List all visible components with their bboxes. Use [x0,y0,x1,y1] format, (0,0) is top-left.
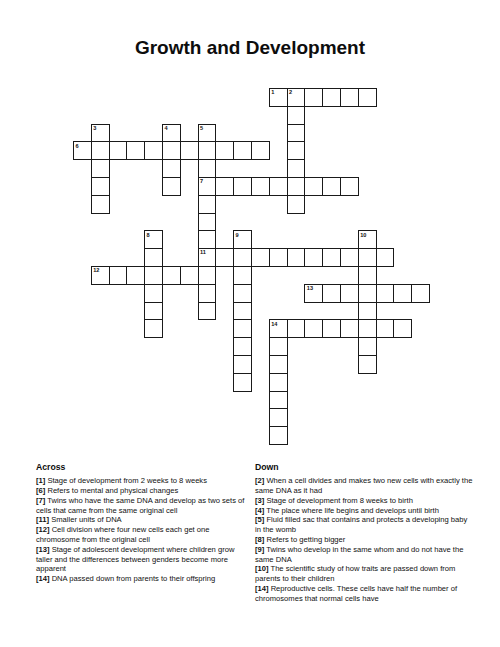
grid-cell[interactable] [233,319,252,338]
grid-cell[interactable] [393,284,412,303]
grid-cell[interactable] [322,248,341,267]
grid-cell[interactable] [198,266,217,285]
clue-item: [14] DNA passed down from parents to the… [36,574,245,584]
grid-cell[interactable]: 11 [198,248,217,267]
grid-cell[interactable]: 7 [198,177,217,196]
grid-cell[interactable] [340,177,359,196]
grid-cell[interactable]: 13 [304,284,323,303]
grid-cell[interactable] [215,248,234,267]
grid-cell[interactable] [287,177,306,196]
grid-cell[interactable] [287,248,306,267]
grid-cell[interactable] [304,177,323,196]
grid-cell[interactable] [233,355,252,374]
grid-cell[interactable] [269,355,288,374]
down-header: Down [255,463,475,473]
grid-cell[interactable] [198,284,217,303]
grid-cell[interactable] [358,284,377,303]
grid-cell[interactable] [233,248,252,267]
grid-cell[interactable] [180,141,199,160]
grid-cell[interactable] [198,195,217,214]
clue-number: 11 [200,249,206,255]
grid-cell[interactable] [144,248,163,267]
grid-cell[interactable] [251,177,270,196]
clue-number: 5 [200,125,203,131]
grid-cell[interactable] [144,266,163,285]
grid-cell[interactable]: 5 [198,124,217,143]
grid-cell[interactable] [126,141,145,160]
grid-cell[interactable] [340,284,359,303]
grid-cell[interactable]: 2 [287,88,306,107]
grid-cell[interactable] [269,426,288,445]
grid-cell[interactable] [304,319,323,338]
grid-cell[interactable] [358,266,377,285]
grid-cell[interactable] [269,373,288,392]
clue-item: [13] Stage of adolescent development whe… [36,545,245,574]
grid-cell[interactable] [376,319,395,338]
clue-item: [10] The scientific study of how traits … [255,564,475,584]
grid-cell[interactable]: 6 [73,141,92,160]
grid-cell[interactable] [322,284,341,303]
grid-cell[interactable] [144,319,163,338]
grid-cell[interactable] [304,88,323,107]
clue-item: [2] When a cell divides and makes two ne… [255,476,475,496]
grid-cell[interactable] [233,284,252,303]
grid-cell[interactable] [233,373,252,392]
clue-item: [7] Twins who have the same DNA and deve… [36,496,245,516]
grid-cell[interactable] [269,248,288,267]
crossword-board: 1234567891011121314 [73,88,430,445]
grid-cell[interactable] [376,284,395,303]
grid-cell[interactable] [144,141,163,160]
grid-cell[interactable] [109,266,128,285]
clue-number: 3 [93,125,96,131]
grid-cell[interactable] [269,337,288,356]
puzzle-title: Growth and Development [0,37,500,59]
grid-cell[interactable] [358,248,377,267]
clue-item: [9] Twins who develop in the same whom a… [255,545,475,565]
grid-cell[interactable] [287,124,306,143]
grid-cell[interactable] [198,213,217,232]
clue-number: 12 [93,267,99,273]
grid-cell[interactable]: 9 [233,230,252,249]
clue-number: 13 [307,285,313,291]
grid-cell[interactable] [91,195,110,214]
grid-cell[interactable] [358,319,377,338]
grid-cell[interactable] [251,141,270,160]
grid-cell[interactable]: 12 [91,266,110,285]
grid-cell[interactable] [109,141,128,160]
clue-number: 1 [271,89,274,95]
grid-cell[interactable] [144,284,163,303]
grid-cell[interactable] [144,302,163,321]
clue-item: [8] Refers to getting bigger [255,535,475,545]
grid-cell[interactable] [233,141,252,160]
grid-cell[interactable] [180,266,199,285]
grid-cell[interactable] [162,159,181,178]
grid-cell[interactable]: 10 [358,230,377,249]
clue-number: 9 [236,232,239,238]
clue-item: [14] Reproductive cells. These cells hav… [255,584,475,604]
clue-item: [3] Stage of development from 8 weeks to… [255,496,475,506]
grid-cell[interactable] [126,266,145,285]
grid-cell[interactable] [269,391,288,410]
clue-number: 10 [360,232,366,238]
grid-cell[interactable] [358,302,377,321]
grid-cell[interactable] [198,230,217,249]
clue-number: 8 [147,232,150,238]
grid-cell[interactable] [162,141,181,160]
across-clues-section: Across [1] Stage of development from 2 w… [36,463,245,584]
clue-number: 14 [271,321,277,327]
grid-cell[interactable] [411,284,430,303]
grid-cell[interactable] [162,177,181,196]
clue-item: [6] Refers to mental and physical change… [36,486,245,496]
grid-cell[interactable] [233,337,252,356]
across-header: Across [36,463,245,473]
grid-cell[interactable] [340,248,359,267]
grid-cell[interactable] [269,408,288,427]
grid-cell[interactable] [376,248,395,267]
grid-cell[interactable] [340,319,359,338]
clue-item: [5] Fluid filled sac that contains and p… [255,515,475,535]
across-clue-list: [1] Stage of development from 2 weeks to… [36,476,245,584]
grid-cell[interactable] [393,319,412,338]
grid-cell[interactable] [322,319,341,338]
grid-cell[interactable] [198,302,217,321]
grid-cell[interactable] [322,88,341,107]
grid-cell[interactable] [358,88,377,107]
grid-cell[interactable] [215,141,234,160]
grid-cell[interactable] [233,302,252,321]
grid-cell[interactable] [287,319,306,338]
grid-cell[interactable]: 3 [91,124,110,143]
grid-cell[interactable] [233,266,252,285]
grid-cell[interactable] [198,141,217,160]
clue-item: [12] Cell division where four new cells … [36,525,245,545]
clue-number: 2 [289,89,292,95]
grid-cell[interactable] [198,159,217,178]
clue-number: 7 [200,178,203,184]
clue-item: [4] The place where life begins and deve… [255,506,475,516]
grid-cell[interactable] [287,141,306,160]
clue-item: [1] Stage of development from 2 weeks to… [36,476,245,486]
grid-cell[interactable] [162,266,181,285]
grid-cell[interactable] [91,177,110,196]
grid-cell[interactable] [358,355,377,374]
grid-cell[interactable] [91,141,110,160]
grid-cell[interactable] [358,337,377,356]
grid-cell[interactable] [304,248,323,267]
grid-cell[interactable] [287,195,306,214]
grid-cell[interactable] [269,177,288,196]
down-clue-list: [2] When a cell divides and makes two ne… [255,476,475,603]
grid-cell[interactable] [215,177,234,196]
grid-cell[interactable]: 1 [269,88,288,107]
grid-cell[interactable]: 14 [269,319,288,338]
grid-cell[interactable] [91,159,110,178]
clue-number: 4 [164,125,167,131]
down-clues-section: Down [2] When a cell divides and makes t… [255,463,475,604]
grid-cell[interactable] [322,177,341,196]
grid-cell[interactable] [287,106,306,125]
grid-cell[interactable] [233,177,252,196]
clue-number: 6 [75,143,78,149]
grid-cell[interactable] [251,248,270,267]
grid-cell[interactable] [340,88,359,107]
clue-item: [11] Smaller units of DNA [36,515,245,525]
grid-cell[interactable]: 4 [162,124,181,143]
grid-cell[interactable]: 8 [144,230,163,249]
grid-cell[interactable] [287,159,306,178]
